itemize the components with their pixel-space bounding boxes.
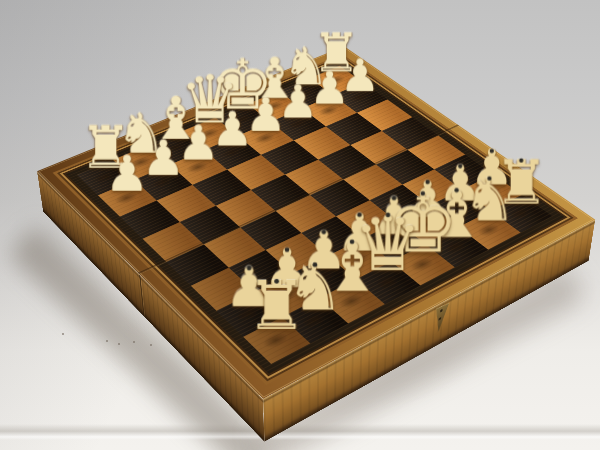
chess-box: ♜♞♝♛♚♝♞♜♟♟♟♟♟♟♟♟♟♟♟♟♟♟♟♟♜♞♝♛♚♝♞♜ — [37, 46, 595, 399]
brass-latch-icon[interactable] — [429, 302, 451, 336]
head-dot-marker — [487, 176, 491, 180]
head-dot-marker — [519, 158, 523, 162]
piece-billboard: ♜ — [238, 273, 315, 340]
board-top: ♜♞♝♛♚♝♞♜♟♟♟♟♟♟♟♟♟♟♟♟♟♟♟♟♜♞♝♛♚♝♞♜ — [37, 46, 595, 399]
head-dot-marker — [274, 279, 279, 284]
head-dot-marker — [350, 239, 355, 244]
head-dot-marker — [421, 191, 426, 196]
piece-billboard: ♟ — [93, 149, 161, 198]
photo-scene: ♜♞♝♛♚♝♞♜♟♟♟♟♟♟♟♟♟♟♟♟♟♟♟♟♜♞♝♛♚♝♞♜ — [0, 0, 600, 450]
stage: ♜♞♝♛♚♝♞♜♟♟♟♟♟♟♟♟♟♟♟♟♟♟♟♟♜♞♝♛♚♝♞♜ — [0, 0, 600, 450]
head-dot-marker — [313, 262, 318, 267]
head-dot-marker — [386, 213, 391, 218]
pawn-glyph: ♟ — [93, 149, 161, 198]
latch-screws — [440, 309, 443, 313]
head-dot-marker — [458, 164, 462, 168]
box-fold-seam-left — [139, 274, 144, 317]
